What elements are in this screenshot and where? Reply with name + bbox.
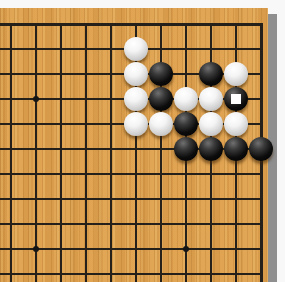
star-point-k16 xyxy=(33,96,39,102)
star-point-q10 xyxy=(183,246,189,252)
grid-line-vertical xyxy=(35,23,36,282)
black-stone-q14 xyxy=(174,137,198,161)
grid-line-vertical xyxy=(10,23,11,282)
grid-line-horizontal xyxy=(0,198,263,199)
white-stone-o17 xyxy=(124,62,148,86)
white-stone-o15 xyxy=(124,112,148,136)
black-stone-q15 xyxy=(174,112,198,136)
white-stone-s15 xyxy=(224,112,248,136)
grid-line-vertical xyxy=(85,23,86,282)
black-stone-t14 xyxy=(249,137,273,161)
last-move-marker xyxy=(231,94,241,104)
white-stone-r15 xyxy=(199,112,223,136)
white-stone-q16 xyxy=(174,87,198,111)
white-stone-p15 xyxy=(149,112,173,136)
page xyxy=(0,0,285,282)
grid-line-horizontal xyxy=(0,173,263,174)
black-stone-r14 xyxy=(199,137,223,161)
grid-line-vertical xyxy=(60,23,61,282)
grid-line-horizontal xyxy=(0,223,263,224)
black-stone-s14 xyxy=(224,137,248,161)
white-stone-o18 xyxy=(124,37,148,61)
white-stone-r16 xyxy=(199,87,223,111)
black-stone-s16 xyxy=(224,87,248,111)
black-stone-r17 xyxy=(199,62,223,86)
star-point-k10 xyxy=(33,246,39,252)
board-top-edge-line xyxy=(0,23,263,26)
white-stone-o16 xyxy=(124,87,148,111)
black-stone-p16 xyxy=(149,87,173,111)
black-stone-p17 xyxy=(149,62,173,86)
grid-line-horizontal xyxy=(0,248,263,249)
white-stone-s17 xyxy=(224,62,248,86)
grid-line-horizontal xyxy=(0,273,263,274)
grid-line-vertical xyxy=(110,23,111,282)
